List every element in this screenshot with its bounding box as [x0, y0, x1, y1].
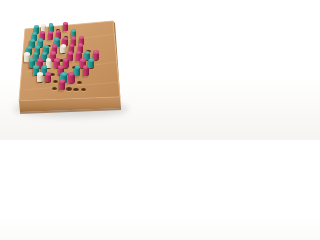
- peg-teal[interactable]: [74, 67, 80, 76]
- peg-magenta[interactable]: [63, 23, 68, 31]
- peg-magenta[interactable]: [68, 74, 74, 83]
- peg-magenta[interactable]: [48, 32, 53, 40]
- photo-scene: [0, 0, 140, 140]
- hole-empty[interactable]: [66, 87, 72, 90]
- peg-white[interactable]: [60, 45, 66, 53]
- hole-empty[interactable]: [53, 80, 58, 83]
- peg-teal[interactable]: [88, 59, 94, 68]
- hole-empty[interactable]: [73, 88, 79, 91]
- peg-magenta[interactable]: [83, 67, 89, 76]
- peg-magenta[interactable]: [59, 80, 66, 90]
- hole-empty[interactable]: [52, 87, 58, 90]
- peg-magenta[interactable]: [45, 73, 51, 82]
- pegs-layer: [0, 0, 140, 140]
- hole-empty[interactable]: [81, 88, 87, 91]
- hole-empty[interactable]: [77, 81, 82, 84]
- peg-white[interactable]: [37, 73, 43, 82]
